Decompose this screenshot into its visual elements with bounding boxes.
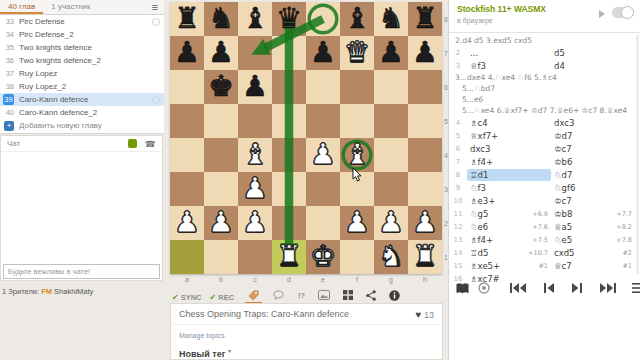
chapter-number: + xyxy=(4,121,14,131)
move-cell-black[interactable]: cxd5 #2 xyxy=(551,247,635,259)
white-king-e1[interactable]: ♚ xyxy=(306,240,340,274)
variation-line[interactable]: 2.d4 d5 3.exd5 cxd5 xyxy=(449,35,640,46)
move-number: 11 xyxy=(449,210,467,218)
white-bishop-f4[interactable]: ♝ xyxy=(340,138,374,172)
move-row: 14 ♖d5 +10.7 cxd5 #2 xyxy=(449,246,640,259)
chapter-row[interactable]: 36 Two knights defence_2 xyxy=(0,54,164,67)
prev-move-icon[interactable] xyxy=(544,283,554,293)
move-cell-white[interactable]: ♕f3 xyxy=(467,60,551,72)
chapter-row[interactable]: 34 Pirc Defense_2 xyxy=(0,28,164,41)
square-a6[interactable] xyxy=(170,70,204,104)
black-pawn-a7[interactable]: ♟ xyxy=(170,36,204,70)
black-move: dxc3 xyxy=(554,118,574,128)
move-cell-black[interactable]: ♔c7 xyxy=(551,143,635,155)
move-row: 7 ♗f4+ ♔b6 xyxy=(449,155,640,168)
black-eval: +7.7 xyxy=(616,210,632,218)
move-cell-white[interactable]: ... xyxy=(467,47,551,59)
white-rook-h1[interactable]: ♜ xyxy=(408,240,442,274)
share-tab[interactable] xyxy=(366,290,376,301)
move-cell-white[interactable]: dxc3 xyxy=(467,143,551,155)
white-pawn-g2[interactable]: ♟ xyxy=(374,206,408,240)
square-d6[interactable] xyxy=(272,70,306,104)
square-f8[interactable]: ♝ xyxy=(340,2,374,36)
move-cell-black[interactable]: d5 xyxy=(551,47,635,59)
square-e3[interactable] xyxy=(306,172,340,206)
square-d5[interactable] xyxy=(272,104,306,138)
move-cell-black[interactable]: ♔b6 xyxy=(551,156,635,168)
image-icon xyxy=(318,290,330,300)
square-f2[interactable]: ♟ xyxy=(340,206,374,240)
white-move: ♘f3 xyxy=(470,183,486,193)
chess-board[interactable]: ♜♞♝♛♝♞♜♟♟♟♛♟♟♚♟♝♟♝♟♟♟♟♟♟♟♜♚♞♜ xyxy=(170,2,442,274)
move-row: 6 dxc3 ♔c7 xyxy=(449,142,640,155)
voice-chat-icon[interactable]: ☎ xyxy=(145,139,156,149)
black-move: ♔d7 xyxy=(554,131,572,141)
move-number: 7 xyxy=(449,158,467,166)
chat-status-icon xyxy=(128,139,137,148)
move-cell-white[interactable]: ♕xf7+ xyxy=(467,130,551,142)
sidebar-menu-icon[interactable]: ≡ xyxy=(152,1,158,13)
sidebar-tabs: 40 глав 1 участник ≡ xyxy=(0,0,164,15)
study-title: Chess Opening Traps: Caro-Kann defence xyxy=(179,309,349,319)
black-move: ♕c7 xyxy=(554,261,572,271)
move-cell-white[interactable]: ♘f3 xyxy=(467,182,551,194)
spectators-line: 1 Зрители: FM ShakhiMaty xyxy=(2,287,93,296)
square-c5[interactable] xyxy=(238,104,272,138)
square-c1[interactable] xyxy=(238,240,272,274)
info-tab[interactable] xyxy=(389,290,400,301)
black-move: ♔c7 xyxy=(554,144,572,154)
square-h3[interactable] xyxy=(408,172,442,206)
white-move: ♘e6 xyxy=(470,222,488,232)
square-b8[interactable]: ♞ xyxy=(204,2,238,36)
grid-icon xyxy=(343,290,353,300)
toggle-knob xyxy=(621,6,634,19)
engine-name: Stockfish 11+ WASMX xyxy=(457,4,546,14)
move-row: 11 ♘g5 +6.9 ♔b8 +7.7 xyxy=(449,207,640,220)
square-b5[interactable] xyxy=(204,104,238,138)
rec-label: REC xyxy=(218,293,234,302)
file-label-g: g xyxy=(389,276,393,283)
white-pawn-c3[interactable]: ♟ xyxy=(238,172,272,206)
chapter-title: Ruy Lopez_2 xyxy=(19,82,66,91)
likes-badge[interactable]: ♥ 13 xyxy=(416,309,434,320)
file-coordinates: abcdefgh xyxy=(170,276,442,286)
tag-icon xyxy=(248,290,259,301)
white-eval: #1 xyxy=(538,262,548,270)
square-c8[interactable]: ♝ xyxy=(238,2,272,36)
manage-topics-link[interactable]: Manage topics. xyxy=(179,332,442,339)
variation-line[interactable]: 5...♘bd7 xyxy=(449,83,640,94)
glyphs-tab[interactable]: !? xyxy=(298,291,305,300)
square-g7[interactable]: ♟ xyxy=(374,36,408,70)
move-number: 12 xyxy=(449,223,467,231)
chapter-title: Caro-Kann defence_2 xyxy=(19,108,97,117)
square-g2[interactable]: ♟ xyxy=(374,206,408,240)
black-knight-b8[interactable]: ♞ xyxy=(204,2,238,36)
square-a3[interactable] xyxy=(170,172,204,206)
square-f4[interactable]: ♝ xyxy=(340,138,374,172)
square-d2[interactable] xyxy=(272,206,306,240)
white-move: ♗f4+ xyxy=(470,157,493,167)
move-cell-white[interactable]: ♗xe5+ #1 xyxy=(467,260,551,272)
move-row: 2 ... d5 xyxy=(449,46,640,59)
board-squares[interactable]: ♜♞♝♛♝♞♜♟♟♟♛♟♟♚♟♝♟♝♟♟♟♟♟♟♟♜♚♞♜ xyxy=(170,2,442,274)
square-h6[interactable] xyxy=(408,70,442,104)
black-move: d4 xyxy=(554,61,565,71)
chapter-number: 37 xyxy=(0,69,14,78)
tab-members[interactable]: 1 участник xyxy=(43,0,98,14)
square-f7[interactable]: ♛ xyxy=(340,36,374,70)
tag-tab[interactable] xyxy=(248,290,259,301)
opening-book-icon[interactable] xyxy=(456,283,469,294)
black-rook-a8[interactable]: ♜ xyxy=(170,2,204,36)
move-number: 8 xyxy=(449,171,467,179)
white-bishop-c4[interactable]: ♝ xyxy=(238,138,272,172)
square-c7[interactable] xyxy=(238,36,272,70)
move-cell-black[interactable]: ♘gf6 xyxy=(551,182,635,194)
move-row: 3 ♕f3 d4 xyxy=(449,59,640,72)
move-cell-black[interactable]: ♔d7 xyxy=(551,130,635,142)
analysis-panel: Stockfish 11+ WASMX в браузере 2.d4 d5 3… xyxy=(448,0,640,360)
black-king-b6[interactable]: ♚ xyxy=(204,70,238,104)
skip-first-icon[interactable] xyxy=(510,283,526,293)
move-number: 15 xyxy=(449,262,467,270)
gif-tab[interactable] xyxy=(318,290,330,300)
square-a1[interactable] xyxy=(170,240,204,274)
square-e6[interactable] xyxy=(306,70,340,104)
square-g3[interactable] xyxy=(374,172,408,206)
black-bishop-f8[interactable]: ♝ xyxy=(340,2,374,36)
square-h7[interactable]: ♟ xyxy=(408,36,442,70)
chat-messages xyxy=(1,152,162,263)
chapter-title: Добавить новую главу xyxy=(19,121,102,130)
chapter-number: 35 xyxy=(0,43,14,52)
move-cell-black[interactable]: d4 xyxy=(551,60,635,72)
square-c3[interactable]: ♟ xyxy=(238,172,272,206)
square-c6[interactable]: ♟ xyxy=(238,70,272,104)
white-knight-g1[interactable]: ♞ xyxy=(374,240,408,274)
black-queen-d8[interactable]: ♛ xyxy=(272,2,306,36)
move-cell-white[interactable]: ♘g5 +6.9 xyxy=(467,208,551,220)
square-b7[interactable]: ♟ xyxy=(204,36,238,70)
black-eval: #1 xyxy=(622,262,632,270)
move-number: 13 xyxy=(449,236,467,244)
chapter-settings-icon[interactable] xyxy=(152,96,160,104)
move-cell-black[interactable]: ♘d7 xyxy=(551,169,635,181)
multiboard-tab[interactable] xyxy=(343,290,353,300)
square-b4[interactable] xyxy=(204,138,238,172)
move-cell-black[interactable]: dxc3 xyxy=(551,117,635,129)
next-move-icon[interactable] xyxy=(572,283,582,293)
move-cell-white[interactable]: ♗f4+ xyxy=(467,156,551,168)
playback-controls xyxy=(448,278,640,298)
move-number: 10 xyxy=(449,197,467,205)
chat-panel: Чат ☎ Будьте вежливы в чате! xyxy=(0,135,163,281)
white-move: ... xyxy=(470,48,478,58)
sync-toggle[interactable]: ✔SYNC xyxy=(172,286,202,304)
engine-subtitle: в браузере xyxy=(457,17,493,24)
square-b6[interactable]: ♚ xyxy=(204,70,238,104)
sync-label: SYNC xyxy=(181,293,202,302)
engine-arrow-icon[interactable] xyxy=(599,10,605,18)
black-move: d5 xyxy=(554,48,565,58)
white-pawn-b2[interactable]: ♟ xyxy=(204,206,238,240)
square-e5[interactable] xyxy=(306,104,340,138)
study-title-row: Chess Opening Traps: Caro-Kann defence ♥… xyxy=(171,304,442,325)
black-move: cxd5 xyxy=(554,248,575,258)
square-g4[interactable] xyxy=(374,138,408,172)
chapter-settings-icon[interactable] xyxy=(152,18,160,26)
black-pawn-h7[interactable]: ♟ xyxy=(408,36,442,70)
chapter-title: Two knights defence_2 xyxy=(19,56,101,65)
square-h1[interactable]: ♜ xyxy=(408,240,442,274)
square-g5[interactable] xyxy=(374,104,408,138)
move-list: 2.d4 d5 3.exd5 cxd5 2 ... d5 3 ♕f3 d4 3.… xyxy=(449,33,640,285)
white-move: dxc3 xyxy=(470,144,490,154)
square-e2[interactable] xyxy=(306,206,340,240)
chapter-list: 33 Pirc Defense 34 Pirc Defense_2 35 Two… xyxy=(0,15,164,134)
white-pawn-a2[interactable]: ♟ xyxy=(170,206,204,240)
chat-title: Чат xyxy=(7,139,20,148)
move-number: 6 xyxy=(449,145,467,153)
white-move: ♖d5 xyxy=(470,248,488,258)
chapter-number: 38 xyxy=(0,82,14,91)
file-label-e: e xyxy=(321,276,325,283)
move-cell-black[interactable]: ♔b8 +7.7 xyxy=(551,208,635,220)
black-pawn-c6[interactable]: ♟ xyxy=(238,70,272,104)
study-toolbar: ✔SYNC ✔REC !? xyxy=(170,288,443,302)
spectator-name[interactable]: ShakhiMaty xyxy=(54,287,93,296)
black-eval: +8.2 xyxy=(616,223,632,231)
move-cell-white[interactable]: ♖d5 +10.7 xyxy=(467,247,551,259)
square-b2[interactable]: ♟ xyxy=(204,206,238,240)
chapter-row[interactable]: 37 Ruy Lopez xyxy=(0,67,164,80)
white-pawn-f2[interactable]: ♟ xyxy=(340,206,374,240)
square-f6[interactable] xyxy=(340,70,374,104)
move-cell-black[interactable]: ♕a5 +8.2 xyxy=(551,221,635,233)
square-h2[interactable]: ♟ xyxy=(408,206,442,240)
chapter-row[interactable]: 39 Caro-Kann defence xyxy=(0,93,164,106)
square-d3[interactable] xyxy=(272,172,306,206)
square-e7[interactable]: ♟ xyxy=(306,36,340,70)
square-a5[interactable] xyxy=(170,104,204,138)
move-cell-white[interactable]: ♘e6 +7.6 xyxy=(467,221,551,233)
scrollbar[interactable] xyxy=(636,34,639,274)
square-d7[interactable] xyxy=(272,36,306,70)
white-pawn-c2[interactable]: ♟ xyxy=(238,206,272,240)
chapter-title: Caro-Kann defence xyxy=(19,95,88,104)
move-number: 3 xyxy=(449,62,467,70)
black-pawn-e7[interactable]: ♟ xyxy=(306,36,340,70)
heart-icon: ♥ xyxy=(416,309,422,320)
white-move: ♗xe5+ xyxy=(470,261,500,271)
square-e8[interactable] xyxy=(306,2,340,36)
black-move: ♔b8 xyxy=(554,209,572,219)
new-tag-label[interactable]: Новый тег ▾ xyxy=(179,347,442,359)
black-eval: +7.8 xyxy=(616,236,632,244)
chapter-title: Pirc Defense xyxy=(19,17,65,26)
spectators-prefix: 1 Зрители: xyxy=(2,287,39,296)
white-move: ♗e3+ xyxy=(470,196,495,206)
move-number: 2 xyxy=(449,49,467,57)
chat-header: Чат ☎ xyxy=(1,136,162,152)
black-move: ♔b6 xyxy=(554,157,572,167)
caret-icon: ▾ xyxy=(228,348,231,354)
square-h4[interactable] xyxy=(408,138,442,172)
skip-last-icon[interactable] xyxy=(600,283,616,293)
white-move: ♖d1 xyxy=(470,170,488,180)
square-d4[interactable] xyxy=(272,138,306,172)
white-pawn-e4[interactable]: ♟ xyxy=(306,138,340,172)
square-a4[interactable] xyxy=(170,138,204,172)
move-cell-white[interactable]: ♖d1 xyxy=(467,169,551,181)
square-f1[interactable] xyxy=(340,240,374,274)
move-row: 12 ♘e6 +7.6 ♕a5 +8.2 xyxy=(449,220,640,233)
move-cell-black[interactable]: ♔c7 xyxy=(551,195,635,207)
white-queen-f7[interactable]: ♛ xyxy=(340,36,374,70)
chapter-title: Two knights defence xyxy=(19,43,92,52)
square-c4[interactable]: ♝ xyxy=(238,138,272,172)
add-chapter-button[interactable]: + Добавить новую главу xyxy=(0,119,164,132)
mouse-cursor xyxy=(352,168,364,182)
white-rook-d1[interactable]: ♜ xyxy=(272,240,306,274)
chapter-row[interactable]: 35 Two knights defence xyxy=(0,41,164,54)
square-g1[interactable]: ♞ xyxy=(374,240,408,274)
move-number: 5 xyxy=(449,132,467,140)
move-cell-white[interactable]: ♗f4+ +7.5 xyxy=(467,234,551,246)
variation-line[interactable]: 5...♘xe4 6.♕xf7+ ♔d7 7.♕e6+ ♔c7 8.♕xe4 xyxy=(449,105,640,116)
black-move: ♔c7 xyxy=(554,196,572,206)
white-eval: +10.7 xyxy=(528,249,548,257)
black-bishop-c8[interactable]: ♝ xyxy=(238,2,272,36)
white-eval: +6.9 xyxy=(532,210,548,218)
chapter-title: Pirc Defense_2 xyxy=(19,30,74,39)
study-info-card: Chess Opening Traps: Caro-Kann defence ♥… xyxy=(170,303,443,360)
check-icon: ✔ xyxy=(210,293,217,302)
comment-tab[interactable] xyxy=(273,290,284,300)
square-g6[interactable] xyxy=(374,70,408,104)
black-pawn-g7[interactable]: ♟ xyxy=(374,36,408,70)
square-a8[interactable]: ♜ xyxy=(170,2,204,36)
chapter-number: 39 xyxy=(3,94,14,105)
new-tag-text: Новый тег xyxy=(179,349,225,359)
square-d8[interactable]: ♛ xyxy=(272,2,306,36)
white-pawn-h2[interactable]: ♟ xyxy=(408,206,442,240)
tab-chapters[interactable]: 40 глав xyxy=(0,0,43,14)
speech-bubble-icon xyxy=(273,290,284,300)
file-label-a: a xyxy=(185,276,189,283)
square-e4[interactable]: ♟ xyxy=(306,138,340,172)
white-eval: +7.6 xyxy=(532,223,548,231)
chapter-row[interactable]: 38 Ruy Lopez_2 xyxy=(0,80,164,93)
square-e1[interactable]: ♚ xyxy=(306,240,340,274)
square-c2[interactable]: ♟ xyxy=(238,206,272,240)
black-move: ♘gf6 xyxy=(554,183,575,193)
info-icon xyxy=(389,290,400,301)
chat-input[interactable]: Будьте вежливы в чате! xyxy=(3,264,160,279)
file-label-f: f xyxy=(356,276,358,283)
move-number: 4 xyxy=(449,119,467,127)
file-label-d: d xyxy=(287,276,291,283)
practice-target-icon[interactable] xyxy=(478,282,490,294)
square-h5[interactable] xyxy=(408,104,442,138)
move-row: 10 ♗e3+ ♔c7 xyxy=(449,194,640,207)
move-cell-black[interactable]: ♕c7 #1 xyxy=(551,260,635,272)
variation-line[interactable]: 5...e6 xyxy=(449,94,640,105)
spectator-title: FM xyxy=(41,287,52,296)
white-move: ♗c4 xyxy=(470,118,488,128)
move-number: 14 xyxy=(449,249,467,257)
black-eval: #2 xyxy=(622,249,632,257)
file-label-c: c xyxy=(253,276,257,283)
move-row: 5 ♕xf7+ ♔d7 xyxy=(449,129,640,142)
square-b3[interactable] xyxy=(204,172,238,206)
white-move: ♕f3 xyxy=(470,61,486,71)
white-move: ♗f4+ xyxy=(470,235,493,245)
black-pawn-b7[interactable]: ♟ xyxy=(204,36,238,70)
chapter-row[interactable]: 40 Caro-Kann defence_2 xyxy=(0,106,164,119)
square-g8[interactable]: ♞ xyxy=(374,2,408,36)
move-number: 9 xyxy=(449,184,467,192)
likes-count: 13 xyxy=(424,310,434,320)
move-cell-white[interactable]: ♗c4 xyxy=(467,117,551,129)
black-rook-h8[interactable]: ♜ xyxy=(408,2,442,36)
move-row: 13 ♗f4+ +7.5 ♘e5 +7.8 xyxy=(449,233,640,246)
move-row: 8 ♖d1 ♘d7 xyxy=(449,168,640,181)
move-cell-black[interactable]: ♘e5 +7.8 xyxy=(551,234,635,246)
black-move: ♘e5 xyxy=(554,235,572,245)
chapter-number: 36 xyxy=(0,56,14,65)
square-f5[interactable] xyxy=(340,104,374,138)
check-icon: ✔ xyxy=(172,293,179,302)
chapter-number: 33 xyxy=(0,17,14,26)
white-move: ♘g5 xyxy=(470,209,488,219)
black-move: ♕a5 xyxy=(554,222,572,232)
black-knight-g8[interactable]: ♞ xyxy=(374,2,408,36)
square-d1[interactable]: ♜ xyxy=(272,240,306,274)
chapter-number: 40 xyxy=(0,108,14,117)
file-label-h: h xyxy=(423,276,427,283)
move-row: 9 ♘f3 ♘gf6 xyxy=(449,181,640,194)
chapter-title: Ruy Lopez xyxy=(19,69,57,78)
white-eval: +7.5 xyxy=(532,236,548,244)
engine-toggle[interactable] xyxy=(612,7,634,18)
move-row: 15 ♗xe5+ #1 ♕c7 #1 xyxy=(449,259,640,272)
chapter-row[interactable]: 33 Pirc Defense xyxy=(0,15,164,28)
analysis-menu-icon[interactable] xyxy=(632,283,640,293)
share-icon xyxy=(366,290,376,301)
square-a7[interactable]: ♟ xyxy=(170,36,204,70)
square-h8[interactable]: ♜ xyxy=(408,2,442,36)
chapter-number: 34 xyxy=(0,30,14,39)
black-move: ♘d7 xyxy=(554,170,572,180)
file-label-b: b xyxy=(219,276,223,283)
move-cell-white[interactable]: ♗e3+ xyxy=(467,195,551,207)
white-move: ♕xf7+ xyxy=(470,131,498,141)
variation-line[interactable]: 3...dxe4 4.♘xe4 ♘f6 5.♗c4 xyxy=(449,72,640,83)
square-b1[interactable] xyxy=(204,240,238,274)
rec-toggle[interactable]: ✔REC xyxy=(210,286,235,304)
square-a2[interactable]: ♟ xyxy=(170,206,204,240)
engine-box: Stockfish 11+ WASMX в браузере xyxy=(449,0,640,33)
move-row: 4 ♗c4 dxc3 xyxy=(449,116,640,129)
